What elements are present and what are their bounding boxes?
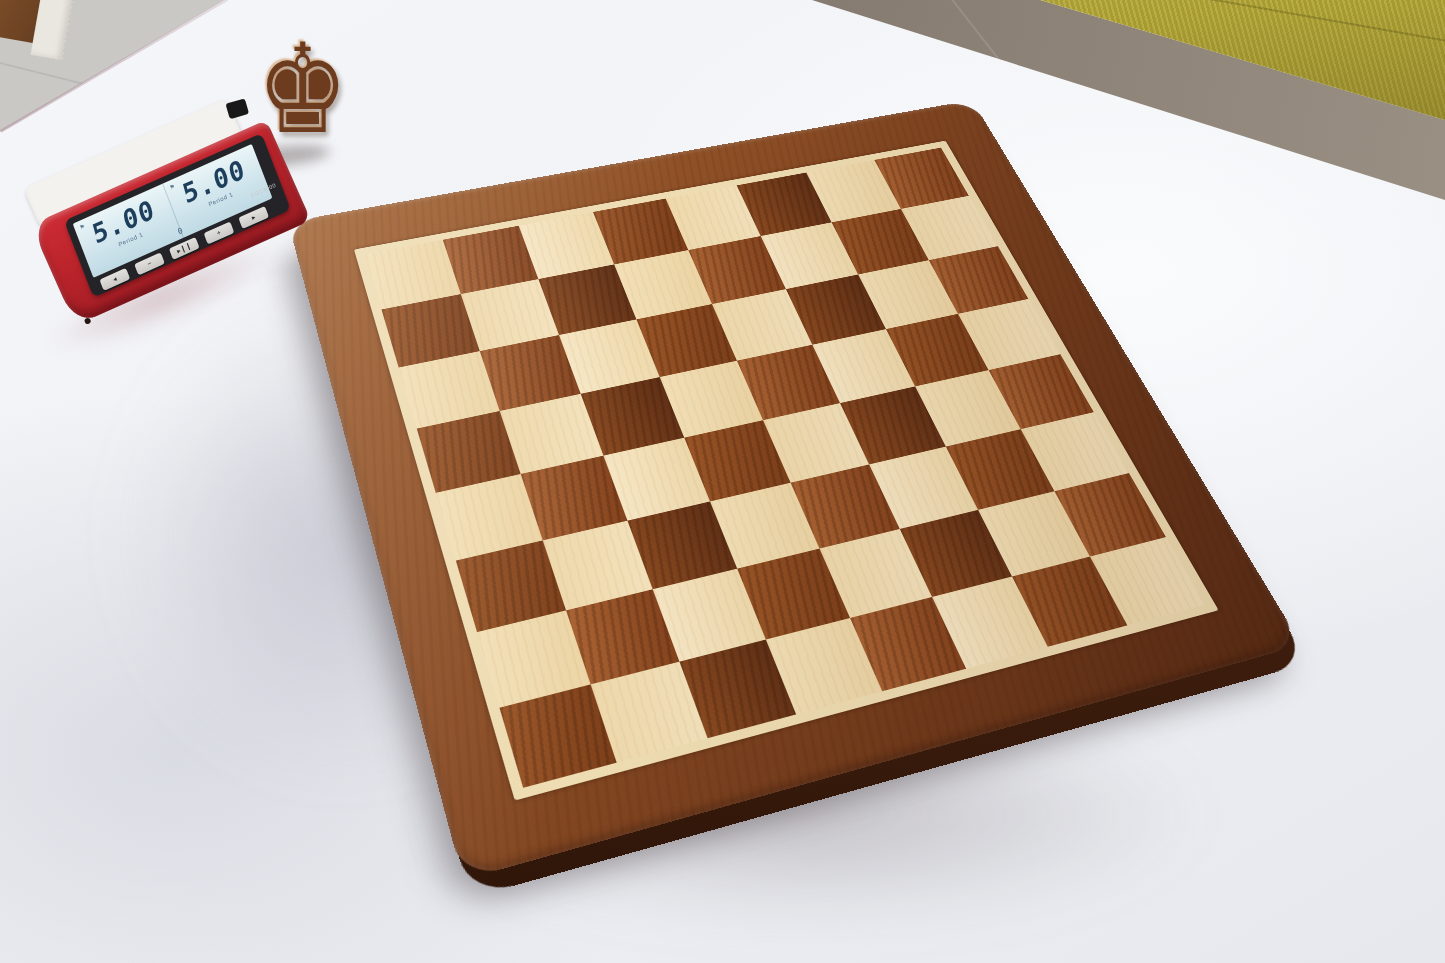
flag-icon: ⚑ <box>168 182 175 191</box>
chess-board <box>288 100 1302 880</box>
board-playing-field <box>365 148 1205 788</box>
sofa-seam <box>1152 0 1445 42</box>
floor-strip-seam <box>948 0 1017 83</box>
floor-tile-seam <box>0 62 155 103</box>
scene: ♚ ⚑ 5.00 Period 1 ⚑ 5.00 Period 1 0 <box>0 0 1445 963</box>
flag-icon: ⚑ <box>78 222 85 231</box>
clock-rocker-switch[interactable] <box>225 98 249 119</box>
board-inlay-strip <box>354 141 1219 801</box>
clock-port <box>84 317 92 325</box>
